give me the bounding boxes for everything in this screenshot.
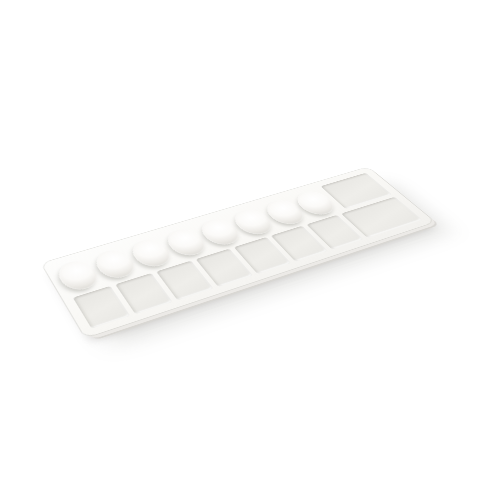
palette-tray xyxy=(42,167,435,338)
photo-background xyxy=(0,0,500,500)
palette-3d-wrap xyxy=(42,167,435,338)
palette-interior xyxy=(53,173,422,329)
